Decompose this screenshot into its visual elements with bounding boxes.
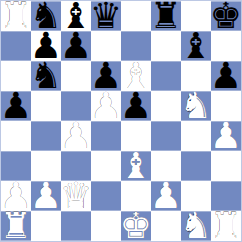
square-b7[interactable]: ♟ [31,31,61,61]
square-a7[interactable] [1,31,31,61]
square-c8[interactable]: ♝ [61,1,91,31]
square-a2[interactable]: ♙ [1,181,31,211]
piece-white-knight-icon: ♘ [181,211,211,241]
square-g2[interactable] [181,181,211,211]
square-f5[interactable] [151,91,181,121]
square-c2[interactable]: ♕ [61,181,91,211]
piece-white-rook-icon: ♖ [211,211,241,241]
piece-black-bishop-icon: ♝ [181,31,211,61]
square-d2[interactable] [91,181,121,211]
piece-white-pawn-icon: ♙ [1,181,31,211]
square-g4[interactable] [181,121,211,151]
square-g1[interactable]: ♘ [181,211,211,241]
piece-black-pawn-icon: ♟ [1,91,31,121]
piece-white-pawn-icon: ♙ [151,181,181,211]
square-b1[interactable] [31,211,61,241]
square-f6[interactable] [151,61,181,91]
square-a3[interactable] [1,151,31,181]
square-e1[interactable]: ♔ [121,211,151,241]
piece-black-pawn-icon: ♟ [121,91,151,121]
square-g8[interactable] [181,1,211,31]
piece-black-queen-icon: ♛ [91,1,121,31]
piece-white-rook-icon: ♖ [1,211,31,241]
square-h3[interactable] [211,151,241,181]
square-c5[interactable] [61,91,91,121]
piece-white-pawn-icon: ♙ [61,121,91,151]
square-d1[interactable] [91,211,121,241]
square-g5[interactable]: ♘ [181,91,211,121]
piece-white-knight-icon: ♘ [181,91,211,121]
piece-black-bishop-icon: ♝ [61,1,91,31]
square-b5[interactable] [31,91,61,121]
piece-white-pawn-icon: ♙ [211,121,241,151]
square-c3[interactable] [61,151,91,181]
square-e8[interactable] [121,1,151,31]
square-h1[interactable]: ♖ [211,211,241,241]
piece-white-pawn-icon: ♙ [31,181,61,211]
square-e7[interactable] [121,31,151,61]
square-f1[interactable] [151,211,181,241]
square-h4[interactable]: ♙ [211,121,241,151]
piece-black-king-icon: ♚ [211,1,241,31]
square-a1[interactable]: ♖ [1,211,31,241]
square-e5[interactable]: ♟ [121,91,151,121]
square-h5[interactable] [211,91,241,121]
piece-white-queen-icon: ♕ [61,181,91,211]
square-g6[interactable] [181,61,211,91]
square-a5[interactable]: ♟ [1,91,31,121]
square-e2[interactable] [121,181,151,211]
square-c6[interactable] [61,61,91,91]
piece-black-pawn-icon: ♟ [31,31,61,61]
square-h2[interactable] [211,181,241,211]
square-b8[interactable]: ♞ [31,1,61,31]
square-a8[interactable]: ♖ [1,1,31,31]
piece-black-knight-icon: ♞ [31,1,61,31]
square-c4[interactable]: ♙ [61,121,91,151]
square-f3[interactable] [151,151,181,181]
square-b3[interactable] [31,151,61,181]
square-d5[interactable]: ♙ [91,91,121,121]
square-h8[interactable]: ♚ [211,1,241,31]
square-f4[interactable] [151,121,181,151]
piece-white-king-icon: ♔ [121,211,151,241]
square-d3[interactable] [91,151,121,181]
square-g3[interactable] [181,151,211,181]
piece-black-pawn-icon: ♟ [91,61,121,91]
square-h6[interactable]: ♟ [211,61,241,91]
piece-white-bishop-icon: ♗ [121,61,151,91]
piece-black-pawn-icon: ♟ [211,61,241,91]
square-c7[interactable]: ♟ [61,31,91,61]
square-h7[interactable] [211,31,241,61]
piece-white-bishop-icon: ♗ [121,151,151,181]
square-b6[interactable]: ♞ [31,61,61,91]
chess-board: ♖♞♝♛♜♚♟♟♝♞♟♗♟♟♙♟♘♙♙♗♙♙♕♙♖♔♘♖ [0,0,242,242]
square-f8[interactable]: ♜ [151,1,181,31]
piece-white-rook-icon: ♖ [1,1,31,31]
square-e6[interactable]: ♗ [121,61,151,91]
square-f7[interactable] [151,31,181,61]
square-g7[interactable]: ♝ [181,31,211,61]
square-f2[interactable]: ♙ [151,181,181,211]
square-a6[interactable] [1,61,31,91]
piece-black-pawn-icon: ♟ [61,31,91,61]
square-e4[interactable] [121,121,151,151]
square-d6[interactable]: ♟ [91,61,121,91]
square-a4[interactable] [1,121,31,151]
square-b2[interactable]: ♙ [31,181,61,211]
piece-white-pawn-icon: ♙ [91,91,121,121]
piece-black-rook-icon: ♜ [151,1,181,31]
square-d4[interactable] [91,121,121,151]
square-e3[interactable]: ♗ [121,151,151,181]
square-c1[interactable] [61,211,91,241]
square-d8[interactable]: ♛ [91,1,121,31]
piece-black-knight-icon: ♞ [31,61,61,91]
square-d7[interactable] [91,31,121,61]
square-b4[interactable] [31,121,61,151]
